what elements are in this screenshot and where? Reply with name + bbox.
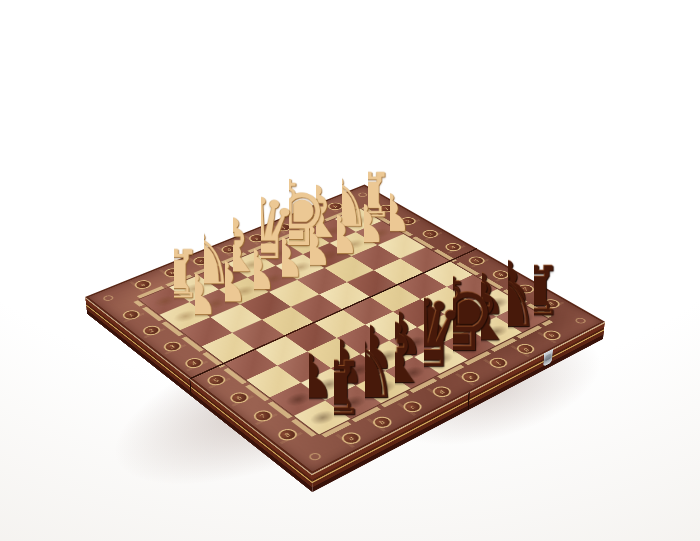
coord-label-2: 2 (139, 324, 163, 337)
corner-ornament (307, 452, 323, 462)
coord-label-3: 3 (419, 228, 441, 239)
clasp (543, 346, 553, 367)
coord-label-6: 6 (226, 390, 251, 405)
coord-label-5: 5 (203, 373, 228, 388)
coord-label-3: 3 (160, 340, 184, 354)
coord-label-4: 4 (442, 241, 464, 252)
scene: abcdefgh abcdefgh 12345678 12345678 ♜♞♝♛… (0, 0, 700, 541)
product-photo-stage: abcdefgh abcdefgh 12345678 12345678 ♜♞♝♛… (0, 0, 700, 541)
coord-label-7: 7 (250, 408, 276, 424)
coord-label-1: 1 (119, 308, 142, 321)
coord-label-h: h (539, 329, 563, 342)
corner-ornament (573, 317, 588, 325)
coord-label-b: b (369, 414, 395, 430)
coord-label-8: 8 (274, 427, 300, 443)
coord-label-c: c (399, 399, 425, 414)
coord-label-d: d (429, 384, 454, 399)
coord-label-g: g (513, 342, 537, 356)
coord-label-a: a (337, 430, 363, 446)
chess-board: abcdefgh abcdefgh 12345678 12345678 ♜♞♝♛… (85, 185, 605, 474)
corner-ornament (101, 294, 115, 302)
coord-label-4: 4 (181, 356, 205, 370)
